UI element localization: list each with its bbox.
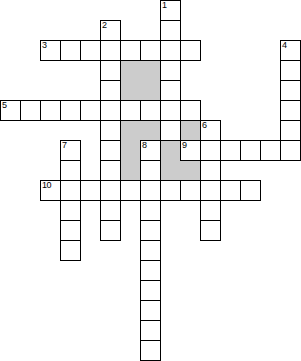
grid-cell[interactable]: 9 <box>180 140 201 161</box>
grid-cell[interactable] <box>260 140 281 161</box>
grid-cell[interactable]: 8 <box>140 140 161 161</box>
grid-cell[interactable] <box>100 160 121 181</box>
grid-cell[interactable] <box>220 180 241 201</box>
grid-cell[interactable] <box>160 20 181 41</box>
grid-cell[interactable] <box>100 120 121 141</box>
grid-cell[interactable] <box>160 40 181 61</box>
grid-cell[interactable] <box>100 80 121 101</box>
grid-cell[interactable] <box>140 260 161 281</box>
clue-number: 9 <box>182 141 187 150</box>
grid-cell[interactable] <box>280 140 301 161</box>
grid-cell[interactable] <box>100 180 121 201</box>
blocked-cell <box>140 80 161 101</box>
grid-cell[interactable]: 4 <box>280 40 301 61</box>
clue-number: 6 <box>202 121 207 130</box>
grid-cell[interactable] <box>160 180 181 201</box>
grid-cell[interactable] <box>40 100 61 121</box>
grid-cell[interactable] <box>240 140 261 161</box>
grid-cell[interactable] <box>140 200 161 221</box>
blocked-cell <box>120 120 141 141</box>
grid-cell[interactable] <box>160 100 181 121</box>
grid-cell[interactable] <box>120 40 141 61</box>
grid-cell[interactable]: 5 <box>0 100 21 121</box>
blocked-cell <box>120 80 141 101</box>
grid-cell[interactable] <box>160 80 181 101</box>
grid-cell[interactable] <box>180 100 201 121</box>
grid-cell[interactable] <box>200 220 221 241</box>
blocked-cell <box>180 160 201 181</box>
grid-cell[interactable] <box>60 40 81 61</box>
grid-cell[interactable] <box>20 100 41 121</box>
grid-cell[interactable] <box>100 60 121 81</box>
grid-cell[interactable] <box>60 220 81 241</box>
blocked-cell <box>120 140 141 161</box>
grid-cell[interactable] <box>80 100 101 121</box>
clue-number: 1 <box>162 1 167 10</box>
grid-cell[interactable] <box>140 320 161 341</box>
clue-number: 8 <box>142 141 147 150</box>
grid-cell[interactable] <box>140 220 161 241</box>
grid-cell[interactable] <box>220 140 241 161</box>
grid-cell[interactable] <box>240 180 261 201</box>
grid-cell[interactable] <box>280 120 301 141</box>
grid-cell[interactable] <box>280 60 301 81</box>
clue-number: 4 <box>282 41 287 50</box>
grid-cell[interactable] <box>280 80 301 101</box>
grid-cell[interactable] <box>60 200 81 221</box>
clue-number: 2 <box>102 21 107 30</box>
grid-cell[interactable] <box>140 100 161 121</box>
grid-cell[interactable] <box>140 300 161 321</box>
grid-cell[interactable]: 10 <box>40 180 61 201</box>
grid-cell[interactable] <box>180 40 201 61</box>
grid-cell[interactable] <box>60 160 81 181</box>
grid-cell[interactable] <box>160 60 181 81</box>
grid-cell[interactable] <box>80 40 101 61</box>
blocked-cell <box>180 120 201 141</box>
grid-cell[interactable] <box>200 160 221 181</box>
grid-cell[interactable] <box>120 100 141 121</box>
blocked-cell <box>140 120 161 141</box>
grid-cell[interactable] <box>100 220 121 241</box>
grid-cell[interactable] <box>60 240 81 261</box>
blocked-cell <box>140 60 161 81</box>
blocked-cell <box>120 160 141 181</box>
grid-cell[interactable] <box>160 120 181 141</box>
grid-cell[interactable] <box>200 180 221 201</box>
grid-cell[interactable] <box>120 180 141 201</box>
grid-cell[interactable] <box>280 100 301 121</box>
clue-number: 10 <box>42 181 51 190</box>
grid-cell[interactable] <box>100 140 121 161</box>
grid-cell[interactable] <box>100 200 121 221</box>
grid-cell[interactable]: 2 <box>100 20 121 41</box>
grid-cell[interactable] <box>140 240 161 261</box>
grid-cell[interactable] <box>140 160 161 181</box>
grid-cell[interactable] <box>140 340 161 361</box>
grid-cell[interactable] <box>180 180 201 201</box>
grid-cell[interactable]: 7 <box>60 140 81 161</box>
grid-cell[interactable] <box>60 180 81 201</box>
grid-cell[interactable] <box>200 200 221 221</box>
grid-cell[interactable] <box>80 180 101 201</box>
grid-cell[interactable] <box>140 180 161 201</box>
clue-number: 5 <box>2 101 7 110</box>
clue-number: 3 <box>42 41 47 50</box>
grid-cell[interactable] <box>100 40 121 61</box>
crossword-grid: 12345678910 <box>0 0 301 361</box>
blocked-cell <box>160 160 181 181</box>
grid-cell[interactable] <box>60 100 81 121</box>
grid-cell[interactable]: 1 <box>160 0 181 21</box>
blocked-cell <box>160 140 181 161</box>
grid-cell[interactable] <box>140 280 161 301</box>
clue-number: 7 <box>62 141 67 150</box>
blocked-cell <box>120 60 141 81</box>
grid-cell[interactable] <box>140 40 161 61</box>
grid-cell[interactable]: 3 <box>40 40 61 61</box>
grid-cell[interactable]: 6 <box>200 120 221 141</box>
grid-cell[interactable] <box>100 100 121 121</box>
grid-cell[interactable] <box>200 140 221 161</box>
